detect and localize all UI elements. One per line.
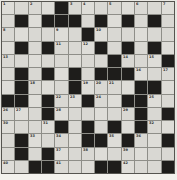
- crossword-cell[interactable]: [162, 28, 174, 40]
- crossword-cell[interactable]: [162, 148, 174, 160]
- crossword-cell[interactable]: 5: [108, 2, 120, 14]
- crossword-cell[interactable]: [69, 148, 81, 160]
- clue-number: 41: [56, 161, 61, 164]
- clue-number: 2: [30, 2, 32, 5]
- clue-number: 15: [149, 55, 154, 58]
- crossword-cell[interactable]: [148, 161, 160, 173]
- crossword-cell[interactable]: [162, 42, 174, 54]
- crossword-cell-black: [82, 28, 94, 40]
- clue-number: 19: [83, 81, 88, 84]
- clue-number: 17: [163, 68, 168, 71]
- crossword-cell[interactable]: 39: [122, 148, 134, 160]
- crossword-cell[interactable]: [2, 15, 14, 27]
- crossword-cell[interactable]: [148, 148, 160, 160]
- crossword-cell[interactable]: [135, 55, 147, 67]
- crossword-cell[interactable]: 36: [135, 134, 147, 146]
- crossword-cell[interactable]: [148, 134, 160, 146]
- clue-number: 33: [30, 134, 35, 137]
- crossword-cell[interactable]: 34: [55, 134, 67, 146]
- crossword-cell-black: [15, 68, 27, 80]
- crossword-cell[interactable]: 35: [108, 134, 120, 146]
- crossword-cell-black: [15, 42, 27, 54]
- clue-number: 5: [109, 2, 111, 5]
- crossword-cell[interactable]: [69, 134, 81, 146]
- crossword-cell[interactable]: [135, 42, 147, 54]
- crossword-cell[interactable]: [108, 42, 120, 54]
- crossword-cell[interactable]: [55, 81, 67, 93]
- crossword-cell[interactable]: 11: [55, 42, 67, 54]
- crossword-cell[interactable]: [108, 15, 120, 27]
- crossword-cell-black: [82, 95, 94, 107]
- crossword-cell-black: [42, 161, 54, 173]
- crossword-cell[interactable]: 41: [55, 161, 67, 173]
- clue-number: 10: [96, 28, 101, 31]
- crossword-cell[interactable]: 6: [135, 2, 147, 14]
- crossword-cell[interactable]: [55, 68, 67, 80]
- crossword-cell[interactable]: [135, 161, 147, 173]
- crossword-cell[interactable]: [135, 28, 147, 40]
- crossword-cell[interactable]: [108, 108, 120, 120]
- crossword-cell-black: [148, 81, 160, 93]
- crossword-cell[interactable]: 38: [82, 148, 94, 160]
- crossword-cell[interactable]: [148, 2, 160, 14]
- crossword-cell[interactable]: [15, 55, 27, 67]
- crossword-cell[interactable]: [15, 161, 27, 173]
- crossword-cell-black: [29, 161, 41, 173]
- crossword-cell[interactable]: 4: [82, 2, 94, 14]
- crossword-cell[interactable]: [42, 28, 54, 40]
- crossword-grid: 1234567891011121314151617181920212223242…: [1, 1, 175, 174]
- crossword-cell-black: [42, 108, 54, 120]
- crossword-cell[interactable]: [82, 15, 94, 27]
- crossword-cell-black: [135, 121, 147, 133]
- crossword-cell-black: [55, 15, 67, 27]
- clue-number: 24: [96, 95, 101, 98]
- crossword-cell-black: [55, 2, 67, 14]
- crossword-cell-black: [122, 15, 134, 27]
- crossword-cell[interactable]: [95, 2, 107, 14]
- crossword-cell[interactable]: [135, 15, 147, 27]
- crossword-cell[interactable]: [2, 68, 14, 80]
- crossword-cell[interactable]: 24: [95, 95, 107, 107]
- crossword-cell[interactable]: [15, 2, 27, 14]
- crossword-cell[interactable]: [148, 68, 160, 80]
- crossword-cell-black: [15, 134, 27, 146]
- clue-number: 31: [43, 121, 48, 124]
- crossword-cell-black: [148, 15, 160, 27]
- crossword-cell-black: [82, 134, 94, 146]
- crossword-cell-black: [135, 95, 147, 107]
- clue-number: 32: [149, 121, 154, 124]
- clue-number: 25: [149, 95, 154, 98]
- crossword-cell-black: [135, 81, 147, 93]
- crossword-cell[interactable]: [162, 121, 174, 133]
- crossword-cell[interactable]: [69, 55, 81, 67]
- crossword-cell-black: [122, 95, 134, 107]
- crossword-cell[interactable]: [108, 148, 120, 160]
- crossword-cell[interactable]: 20: [95, 81, 107, 93]
- crossword-cell[interactable]: 12: [82, 42, 94, 54]
- crossword-cell-black: [148, 42, 160, 54]
- crossword-cell[interactable]: 30: [2, 121, 14, 133]
- crossword-cell-black: [15, 95, 27, 107]
- crossword-cell-black: [108, 68, 120, 80]
- crossword-cell[interactable]: [42, 81, 54, 93]
- crossword-cell-black: [95, 134, 107, 146]
- clue-number: 38: [83, 148, 88, 151]
- clue-number: 12: [83, 42, 88, 45]
- crossword-cell[interactable]: [29, 121, 41, 133]
- crossword-cell[interactable]: [69, 161, 81, 173]
- crossword-cell-black: [162, 134, 174, 146]
- crossword-cell[interactable]: [69, 108, 81, 120]
- crossword-cell[interactable]: [122, 121, 134, 133]
- clue-number: 11: [56, 42, 61, 45]
- crossword-cell[interactable]: [15, 28, 27, 40]
- crossword-cell-black: [55, 121, 67, 133]
- clue-number: 34: [56, 134, 61, 137]
- crossword-cell[interactable]: [42, 55, 54, 67]
- crossword-cell-black: [42, 148, 54, 160]
- crossword-cell[interactable]: 10: [95, 28, 107, 40]
- crossword-cell[interactable]: 26: [2, 108, 14, 120]
- crossword-cell[interactable]: [82, 161, 94, 173]
- crossword-cell-black: [135, 108, 147, 120]
- clue-number: 4: [83, 2, 85, 5]
- clue-number: 6: [136, 2, 138, 5]
- clue-number: 23: [70, 95, 75, 98]
- crossword-cell[interactable]: [29, 148, 41, 160]
- crossword-cell-black: [42, 95, 54, 107]
- crossword-cell[interactable]: [29, 42, 41, 54]
- crossword-cell-black: [42, 15, 54, 27]
- crossword-cell[interactable]: [148, 28, 160, 40]
- crossword-cell[interactable]: 29: [122, 108, 134, 120]
- crossword-cell-black: [2, 95, 14, 107]
- crossword-cell-black: [42, 42, 54, 54]
- crossword-cell[interactable]: [55, 55, 67, 67]
- crossword-cell[interactable]: 22: [55, 95, 67, 107]
- crossword-cell[interactable]: 14: [122, 55, 134, 67]
- crossword-cell[interactable]: [69, 28, 81, 40]
- crossword-cell[interactable]: [82, 68, 94, 80]
- crossword-cell[interactable]: [2, 42, 14, 54]
- clue-number: 18: [30, 81, 35, 84]
- crossword-cell[interactable]: [69, 42, 81, 54]
- crossword-cell[interactable]: [42, 134, 54, 146]
- clue-number: 20: [96, 81, 101, 84]
- crossword-cell[interactable]: [122, 2, 134, 14]
- crossword-cell-black: [69, 68, 81, 80]
- crossword-cell[interactable]: 23: [69, 95, 81, 107]
- crossword-cell[interactable]: 2: [29, 2, 41, 14]
- crossword-cell-black: [15, 15, 27, 27]
- crossword-cell[interactable]: [108, 28, 120, 40]
- crossword-cell[interactable]: [2, 134, 14, 146]
- crossword-cell[interactable]: 16: [135, 68, 147, 80]
- clue-number: 3: [70, 2, 72, 5]
- crossword-cell-black: [122, 68, 134, 80]
- clue-number: 39: [123, 148, 128, 151]
- crossword-cell[interactable]: [95, 55, 107, 67]
- crossword-cell[interactable]: 7: [162, 2, 174, 14]
- crossword-cell-black: [42, 68, 54, 80]
- clue-number: 40: [3, 161, 8, 164]
- crossword-cell[interactable]: [122, 28, 134, 40]
- crossword-cell[interactable]: 42: [122, 161, 134, 173]
- clue-number: 13: [3, 55, 8, 58]
- crossword-cell[interactable]: 40: [2, 161, 14, 173]
- crossword-cell[interactable]: [29, 28, 41, 40]
- crossword-cell-black: [15, 81, 27, 93]
- crossword-cell[interactable]: 31: [42, 121, 54, 133]
- crossword-cell[interactable]: 9: [55, 28, 67, 40]
- crossword-cell[interactable]: [95, 148, 107, 160]
- crossword-cell[interactable]: [82, 55, 94, 67]
- page-margin: [0, 174, 177, 180]
- clue-number: 26: [3, 108, 8, 111]
- crossword-cell[interactable]: [162, 81, 174, 93]
- crossword-cell[interactable]: [95, 121, 107, 133]
- crossword-cell[interactable]: [162, 95, 174, 107]
- crossword-cell-black: [122, 134, 134, 146]
- clue-number: 22: [56, 95, 61, 98]
- crossword-cell-black: [162, 55, 174, 67]
- crossword-cell-black: [69, 15, 81, 27]
- crossword-cell[interactable]: [29, 55, 41, 67]
- clue-number: 28: [56, 108, 61, 111]
- crossword-cell[interactable]: [29, 68, 41, 80]
- crossword-cell-black: [108, 121, 120, 133]
- crossword-cell[interactable]: 25: [148, 95, 160, 107]
- crossword-cell[interactable]: 8: [2, 28, 14, 40]
- crossword-cell[interactable]: [135, 148, 147, 160]
- crossword-cell[interactable]: [29, 108, 41, 120]
- crossword-cell[interactable]: 32: [148, 121, 160, 133]
- clue-number: 9: [56, 28, 58, 31]
- crossword-cell[interactable]: [95, 108, 107, 120]
- clue-number: 36: [136, 134, 141, 137]
- crossword-cell[interactable]: 15: [148, 55, 160, 67]
- crossword-cell-black: [122, 42, 134, 54]
- crossword-cell[interactable]: 28: [55, 108, 67, 120]
- crossword-cell-black: [82, 121, 94, 133]
- crossword-cell[interactable]: 37: [55, 148, 67, 160]
- crossword-cell[interactable]: [15, 121, 27, 133]
- crossword-cell-black: [95, 68, 107, 80]
- crossword-cell[interactable]: [29, 95, 41, 107]
- clue-number: 7: [163, 2, 165, 5]
- crossword-cell-black: [69, 81, 81, 93]
- crossword-cell[interactable]: 3: [69, 2, 81, 14]
- clue-number: 8: [3, 28, 5, 31]
- clue-number: 21: [109, 81, 114, 84]
- clue-number: 37: [56, 148, 61, 151]
- crossword-cell[interactable]: 13: [2, 55, 14, 67]
- crossword-cell[interactable]: 27: [15, 108, 27, 120]
- crossword-cell[interactable]: [69, 121, 81, 133]
- crossword-cell[interactable]: [82, 108, 94, 120]
- clue-number: 27: [16, 108, 21, 111]
- clue-number: 14: [123, 55, 128, 58]
- crossword-cell-black: [95, 15, 107, 27]
- crossword-cell-black: [108, 161, 120, 173]
- clue-number: 30: [3, 121, 8, 124]
- crossword-cell-black: [162, 108, 174, 120]
- crossword-cell-black: [15, 148, 27, 160]
- crossword-cell[interactable]: [2, 148, 14, 160]
- crossword-cell[interactable]: [29, 15, 41, 27]
- crossword-cell[interactable]: 17: [162, 68, 174, 80]
- clue-number: 1: [3, 2, 5, 5]
- clue-number: 16: [136, 68, 141, 71]
- clue-number: 35: [109, 134, 114, 137]
- crossword-cell[interactable]: [108, 95, 120, 107]
- clue-number: 42: [123, 161, 128, 164]
- crossword-cell-black: [108, 55, 120, 67]
- clue-number: 29: [123, 108, 128, 111]
- crossword-cell[interactable]: [2, 81, 14, 93]
- crossword-cell[interactable]: [42, 2, 54, 14]
- crossword-cell[interactable]: 33: [29, 134, 41, 146]
- page: 1234567891011121314151617181920212223242…: [0, 0, 177, 180]
- crossword-cell[interactable]: 1: [2, 2, 14, 14]
- crossword-cell[interactable]: [122, 81, 134, 93]
- crossword-cell-black: [95, 161, 107, 173]
- crossword-cell-black: [162, 161, 174, 173]
- crossword-cell-black: [95, 42, 107, 54]
- crossword-cell[interactable]: 18: [29, 81, 41, 93]
- crossword-cell[interactable]: [162, 15, 174, 27]
- crossword-cell[interactable]: 21: [108, 81, 120, 93]
- crossword-cell[interactable]: 19: [82, 81, 94, 93]
- crossword-cell[interactable]: [148, 108, 160, 120]
